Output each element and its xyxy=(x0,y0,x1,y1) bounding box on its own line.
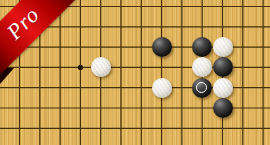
white-stone xyxy=(213,37,233,57)
black-stone xyxy=(152,37,172,57)
black-stone xyxy=(213,98,233,118)
white-stone xyxy=(91,57,111,77)
white-stone xyxy=(152,78,172,98)
black-stone xyxy=(213,57,233,77)
last-move-marker xyxy=(196,82,207,93)
white-stone xyxy=(213,78,233,98)
go-app-screenshot: Pro xyxy=(0,0,270,145)
black-stone xyxy=(192,78,212,98)
